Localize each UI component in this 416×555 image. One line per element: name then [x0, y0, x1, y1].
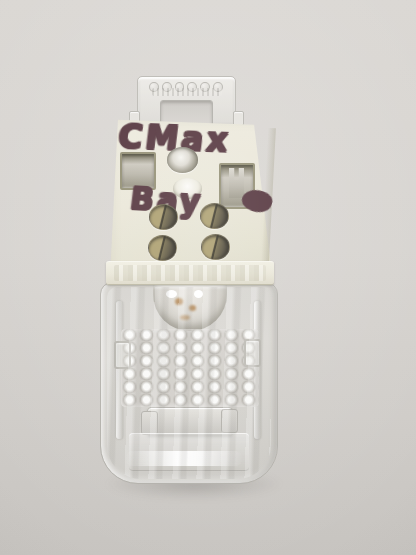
terminal-hole	[201, 234, 230, 260]
latch-loop-left	[114, 341, 131, 369]
bulb-highlight	[194, 290, 203, 298]
highlight-streak	[125, 451, 243, 466]
latch-ear-right	[221, 409, 238, 433]
bulb-filament-speck	[189, 305, 196, 311]
lens-facet-grid	[121, 329, 259, 407]
center-round-hole	[167, 147, 198, 173]
terminal-hole	[200, 203, 229, 229]
latch-ear-left	[141, 411, 158, 435]
bulb-dome	[153, 285, 227, 331]
bulb-highlight	[166, 290, 177, 298]
molded-clip-marks	[152, 88, 222, 96]
terminal-hole	[149, 204, 178, 230]
terminal-hole	[148, 235, 177, 261]
bulb-filament-speck	[180, 315, 190, 320]
bulb-filament-speck	[175, 298, 183, 305]
lens-housing	[100, 282, 278, 484]
block-bottom-lip	[106, 261, 274, 285]
photo-stage: CMax Bay	[0, 0, 416, 555]
latch-loop-right	[244, 339, 261, 367]
fork-terminal	[229, 168, 244, 198]
